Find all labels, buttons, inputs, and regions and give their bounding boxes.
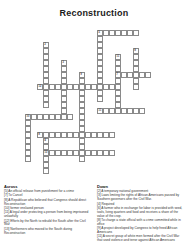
clue-number: 3 <box>62 61 64 64</box>
clue-item: [12] Efforts by the North to rebuild the… <box>4 220 92 228</box>
clue-number: 13 <box>44 151 47 154</box>
across-clues: Across [5] An official release from puni… <box>4 184 92 243</box>
grid-cell[interactable] <box>97 78 103 84</box>
clue-item: [11] A secret group of white men formed … <box>97 235 185 243</box>
grid-cell[interactable] <box>109 132 115 138</box>
grid-cell[interactable] <box>115 66 121 72</box>
clue-number: 11 <box>98 109 101 112</box>
crossword-grid: 578101112132348911 <box>25 30 153 176</box>
clue-item: [3] Laws limiting the rights of African … <box>97 194 185 202</box>
clue-item: [11] A legal order protecting a person f… <box>4 211 92 219</box>
across-list: [5] An official release from punishment … <box>4 190 92 235</box>
grid-cell[interactable] <box>97 96 103 102</box>
grid-cell[interactable] <box>79 144 85 150</box>
clue-number: 12 <box>38 85 41 88</box>
grid-cell[interactable] <box>79 78 85 84</box>
grid-cell[interactable] <box>43 102 49 108</box>
page-title: Reconstruction <box>0 8 188 18</box>
grid-cell[interactable] <box>145 72 151 78</box>
clue-number: 9 <box>80 73 82 76</box>
grid-cell[interactable] <box>115 102 121 108</box>
clue-number: 7 <box>116 73 118 76</box>
grid-cell[interactable] <box>109 150 115 156</box>
clue-number: 5 <box>98 31 100 34</box>
grid-cell[interactable] <box>67 114 73 120</box>
clue-number: 8 <box>38 133 40 136</box>
grid-cell[interactable] <box>43 168 49 174</box>
clue-number: 11 <box>116 55 119 58</box>
grid-cell[interactable] <box>25 156 31 162</box>
grid-cell[interactable] <box>43 144 49 150</box>
clue-lists: Across [5] An official release from puni… <box>4 184 186 243</box>
grid-cell[interactable] <box>139 108 145 114</box>
grid-cell[interactable] <box>79 156 85 162</box>
down-list: [2] A temporary national government[3] L… <box>97 190 185 243</box>
grid-cell[interactable] <box>79 126 85 132</box>
down-clues: Down [2] A temporary national government… <box>97 184 185 243</box>
clue-item: [13] Northerners who moved to the South … <box>4 228 92 236</box>
grid-cell[interactable] <box>115 78 121 84</box>
grid-cell[interactable] <box>133 30 139 36</box>
grid-cell[interactable] <box>133 84 139 90</box>
clue-item: [6] A farmer who in exchange for labor i… <box>97 207 185 218</box>
grid-cell[interactable] <box>133 66 139 72</box>
grid-cell[interactable] <box>61 108 67 114</box>
grid-cell[interactable] <box>61 78 67 84</box>
clue-number: 4 <box>44 139 46 142</box>
grid-cell[interactable] <box>43 78 49 84</box>
clue-number: 10 <box>26 115 29 118</box>
clue-number: 2 <box>44 43 46 46</box>
clue-number: 8 <box>134 49 136 52</box>
